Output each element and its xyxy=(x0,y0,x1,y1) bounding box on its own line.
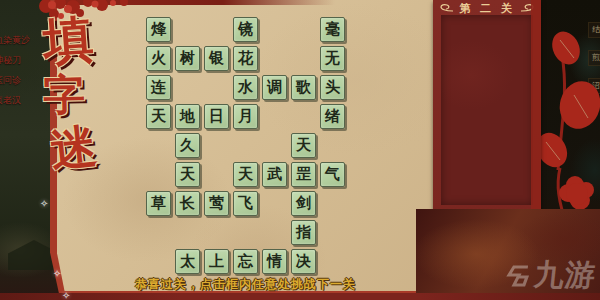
board-tile[interactable]: 绪 xyxy=(320,104,345,129)
board-tile[interactable]: 歌 xyxy=(291,75,316,100)
board-tile[interactable]: 武 xyxy=(262,162,287,187)
board-tile[interactable]: 情 xyxy=(262,249,287,274)
game-screen: 血染黄沙神秘刀医问诊贞老汉 结煎沼 xyxy=(0,0,600,300)
board-tile[interactable]: 花 xyxy=(233,46,258,71)
board-tile[interactable]: 草 xyxy=(146,191,171,216)
board-tile[interactable]: 镜 xyxy=(233,17,258,42)
level-panel: 第 二 关 xyxy=(433,0,541,212)
board-tile[interactable]: 头 xyxy=(320,75,345,100)
board-tile[interactable]: 天 xyxy=(291,133,316,158)
board-tile[interactable]: 长 xyxy=(175,191,200,216)
board-tile[interactable]: 银 xyxy=(204,46,229,71)
board-tile[interactable]: 莺 xyxy=(204,191,229,216)
board-tile[interactable]: 天 xyxy=(175,162,200,187)
jiuyou-logo-icon xyxy=(504,263,533,289)
board-tile[interactable]: 无 xyxy=(320,46,345,71)
title-char: 迷 xyxy=(48,117,100,178)
board-tile[interactable]: 天 xyxy=(146,104,171,129)
board-tile[interactable]: 太 xyxy=(175,249,200,274)
title-char: 填 xyxy=(41,10,95,71)
board-tile[interactable]: 月 xyxy=(233,104,258,129)
board-tile[interactable]: 罡 xyxy=(291,162,316,187)
board-tile[interactable]: 日 xyxy=(204,104,229,129)
board-tile[interactable]: 剑 xyxy=(291,191,316,216)
board-tile[interactable]: 调 xyxy=(262,75,287,100)
level-label: 第 二 关 xyxy=(459,1,515,16)
board-tile[interactable]: 上 xyxy=(204,249,229,274)
board-tile[interactable]: 连 xyxy=(146,75,171,100)
board-tile[interactable]: 火 xyxy=(146,46,171,71)
board-tile[interactable]: 树 xyxy=(175,46,200,71)
board-tile[interactable]: 飞 xyxy=(233,191,258,216)
congrats-message: 恭喜过关，点击框内任意处挑战下一关 xyxy=(57,276,434,293)
game-title: 填 字 迷 xyxy=(24,10,107,179)
board-tile[interactable]: 烽 xyxy=(146,17,171,42)
level-panel-body xyxy=(441,15,533,205)
bottom-red-strip xyxy=(0,293,600,300)
level-header: 第 二 关 xyxy=(433,0,541,15)
board-tile[interactable]: 久 xyxy=(175,133,200,158)
board-tile[interactable]: 水 xyxy=(233,75,258,100)
board-tile[interactable]: 决 xyxy=(291,249,316,274)
sparkle-icon: ✧ xyxy=(53,268,61,279)
board-tile[interactable]: 忘 xyxy=(233,249,258,274)
jiuyou-watermark: 九游 xyxy=(503,255,598,296)
board-tile[interactable]: 气 xyxy=(320,162,345,187)
board-tile[interactable]: 指 xyxy=(291,220,316,245)
sparkle-icon: ✧ xyxy=(40,198,48,209)
sparkle-icon: ✧ xyxy=(62,290,70,300)
board-tile[interactable]: 天 xyxy=(233,162,258,187)
puzzle-grid: 烽镜毫火树银花无连水调歌头天地日月绪久天天天武罡气草长莺飞剑指太上忘情决 xyxy=(146,17,345,274)
watermark-text: 九游 xyxy=(532,255,598,296)
board-tile[interactable]: 毫 xyxy=(320,17,345,42)
blurred-footer-zone: 九游 xyxy=(416,209,600,300)
cloud-scroll-icon xyxy=(439,3,455,13)
board-tile[interactable]: 地 xyxy=(175,104,200,129)
title-char: 字 xyxy=(43,70,86,121)
